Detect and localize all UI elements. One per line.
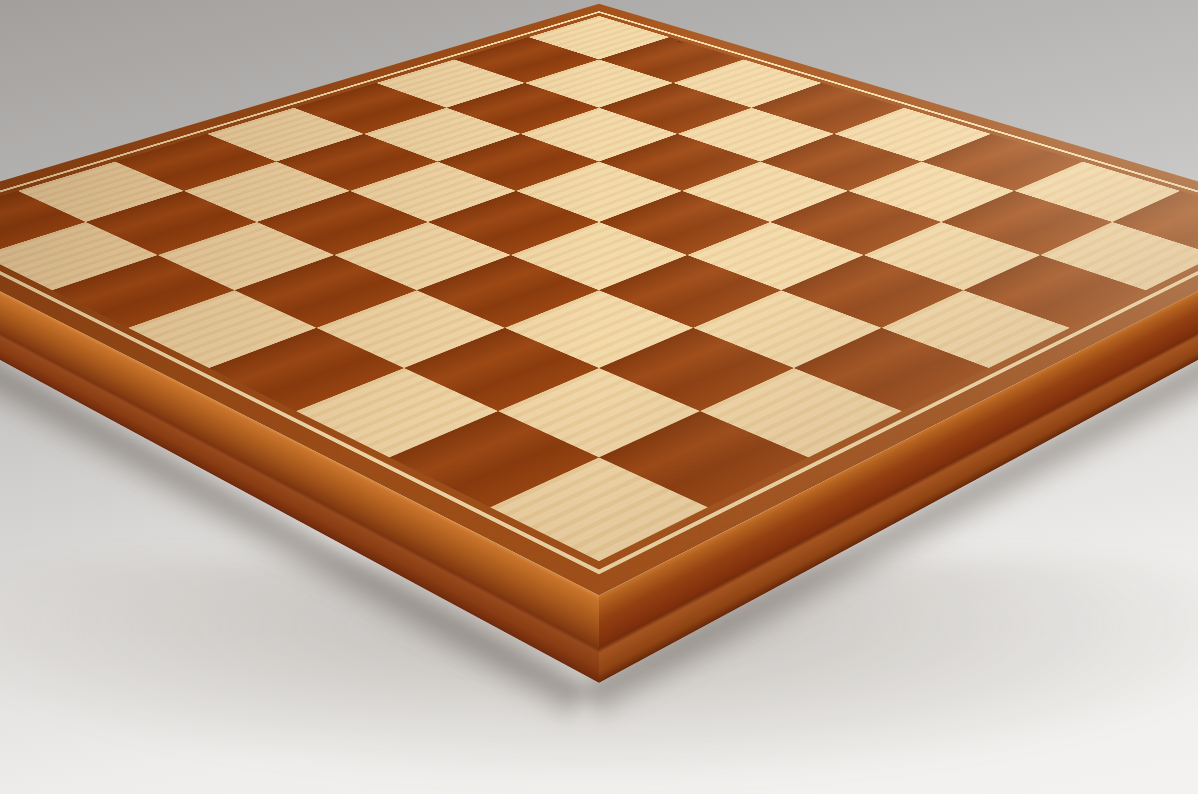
- square-r7c5-light: [296, 368, 498, 457]
- square-r6c5-dark: [404, 328, 599, 411]
- square-r5c4-dark: [417, 255, 599, 328]
- chessboard: [0, 4, 1198, 596]
- square-r2c7-dark: [963, 255, 1145, 328]
- square-r1c7-light: [1040, 222, 1198, 290]
- square-r7c3-light: [128, 290, 316, 368]
- square-r4c7-dark: [794, 328, 989, 411]
- square-r2c6-light: [864, 222, 1041, 290]
- square-r7c1-light: [0, 222, 158, 290]
- square-r4c5-dark: [599, 255, 781, 328]
- studio-backdrop: [0, 0, 1198, 794]
- square-r5c5-light: [505, 290, 693, 368]
- square-r7c7-light: [490, 457, 708, 561]
- square-r7c4-dark: [209, 328, 404, 411]
- square-r6c6-light: [498, 368, 700, 457]
- square-r7c2-dark: [52, 255, 234, 328]
- square-r3c5-light: [687, 222, 864, 290]
- square-r6c4-light: [316, 290, 504, 368]
- square-r5c7-light: [700, 368, 902, 457]
- square-r3c7-light: [882, 290, 1070, 368]
- square-r4c6-light: [693, 290, 881, 368]
- perspective-scene: [0, 0, 1198, 794]
- board-surface: [0, 4, 1198, 596]
- square-r6c2-light: [158, 222, 335, 290]
- square-r5c6-dark: [599, 328, 794, 411]
- square-r6c3-dark: [235, 255, 417, 328]
- square-r5c3-light: [334, 222, 511, 290]
- maker-mark-stamp: [672, 40, 683, 43]
- board-field: [0, 16, 1198, 561]
- square-r6c7-dark: [599, 411, 808, 507]
- square-r3c6-dark: [781, 255, 963, 328]
- square-r4c4-light: [511, 222, 688, 290]
- square-r7c6-dark: [390, 411, 599, 507]
